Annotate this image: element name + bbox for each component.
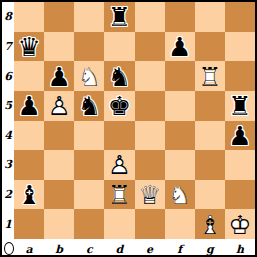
rank-labels: 87654321 xyxy=(2,2,14,239)
square-e8[interactable] xyxy=(135,2,165,32)
piece-black-knight: ♞ xyxy=(104,61,134,91)
square-c2[interactable] xyxy=(74,180,104,210)
rank-label-5: 5 xyxy=(4,100,12,111)
square-h6[interactable] xyxy=(225,61,255,91)
rank-label-1: 1 xyxy=(4,219,12,230)
rank-label-7: 7 xyxy=(4,41,12,52)
file-label-g: g xyxy=(206,243,214,256)
piece-black-pawn: ♟ xyxy=(44,61,74,91)
square-e6[interactable] xyxy=(135,61,165,91)
file-label-d: d xyxy=(116,243,124,256)
square-c4[interactable] xyxy=(74,121,104,151)
square-h4[interactable]: ♟ xyxy=(225,121,255,151)
square-d8[interactable]: ♜ xyxy=(104,2,134,32)
square-d2[interactable]: ♜♖ xyxy=(104,180,134,210)
square-b4[interactable] xyxy=(44,121,74,151)
square-a6[interactable] xyxy=(14,61,44,91)
file-label-cell-d: d xyxy=(104,239,134,257)
square-b5[interactable]: ♟♙ xyxy=(44,91,74,121)
square-b6[interactable]: ♟ xyxy=(44,61,74,91)
square-g8[interactable] xyxy=(195,2,225,32)
square-e2[interactable]: ♛♕ xyxy=(135,180,165,210)
square-b7[interactable] xyxy=(44,32,74,62)
square-d1[interactable] xyxy=(104,209,134,239)
file-label-b: b xyxy=(55,243,63,256)
square-a4[interactable] xyxy=(14,121,44,151)
square-b3[interactable] xyxy=(44,150,74,180)
file-label-e: e xyxy=(146,243,153,256)
piece-black-queen: ♛ xyxy=(14,32,44,62)
chess-diagram: 87654321 ♜♛♟♟♞♘♞♜♖♟♟♙♞♚♜♟♟♙♝♜♖♛♕♞♘♝♗♚♔ a… xyxy=(0,0,257,257)
square-c7[interactable] xyxy=(74,32,104,62)
piece-black-pawn: ♟ xyxy=(225,121,255,151)
piece-white-knight: ♞♘ xyxy=(74,61,104,91)
file-label-a: a xyxy=(25,243,32,256)
piece-black-pawn: ♟ xyxy=(165,32,195,62)
piece-black-knight: ♞ xyxy=(74,91,104,121)
square-c1[interactable] xyxy=(74,209,104,239)
square-c8[interactable] xyxy=(74,2,104,32)
square-g7[interactable] xyxy=(195,32,225,62)
square-g3[interactable] xyxy=(195,150,225,180)
white-to-move-indicator xyxy=(4,242,14,255)
square-b8[interactable] xyxy=(44,2,74,32)
square-g2[interactable] xyxy=(195,180,225,210)
square-h1[interactable]: ♚♔ xyxy=(225,209,255,239)
square-d4[interactable] xyxy=(104,121,134,151)
piece-white-king: ♚♔ xyxy=(225,209,255,239)
square-f7[interactable]: ♟ xyxy=(165,32,195,62)
square-c6[interactable]: ♞♘ xyxy=(74,61,104,91)
square-f1[interactable] xyxy=(165,209,195,239)
square-g6[interactable]: ♜♖ xyxy=(195,61,225,91)
square-a7[interactable]: ♛ xyxy=(14,32,44,62)
square-g1[interactable]: ♝♗ xyxy=(195,209,225,239)
file-label-cell-e: e xyxy=(135,239,165,257)
square-c3[interactable] xyxy=(74,150,104,180)
square-e5[interactable] xyxy=(135,91,165,121)
square-f4[interactable] xyxy=(165,121,195,151)
rank-label-8: 8 xyxy=(4,11,12,22)
square-h8[interactable] xyxy=(225,2,255,32)
square-d5[interactable]: ♚ xyxy=(104,91,134,121)
piece-black-king: ♚ xyxy=(104,91,134,121)
square-a3[interactable] xyxy=(14,150,44,180)
chess-board: ♜♛♟♟♞♘♞♜♖♟♟♙♞♚♜♟♟♙♝♜♖♛♕♞♘♝♗♚♔ xyxy=(14,2,255,239)
file-label-f: f xyxy=(177,243,182,256)
square-h5[interactable]: ♜ xyxy=(225,91,255,121)
square-h2[interactable] xyxy=(225,180,255,210)
piece-black-rook: ♜ xyxy=(225,91,255,121)
square-d6[interactable]: ♞ xyxy=(104,61,134,91)
rank-label-2: 2 xyxy=(4,189,12,200)
square-h3[interactable] xyxy=(225,150,255,180)
piece-white-rook: ♜♖ xyxy=(104,180,134,210)
piece-white-pawn: ♟♙ xyxy=(44,91,74,121)
square-d7[interactable] xyxy=(104,32,134,62)
piece-white-rook: ♜♖ xyxy=(195,61,225,91)
square-a2[interactable]: ♝ xyxy=(14,180,44,210)
square-g4[interactable] xyxy=(195,121,225,151)
square-f8[interactable] xyxy=(165,2,195,32)
square-g5[interactable] xyxy=(195,91,225,121)
square-c5[interactable]: ♞ xyxy=(74,91,104,121)
square-b1[interactable] xyxy=(44,209,74,239)
square-h7[interactable] xyxy=(225,32,255,62)
square-f5[interactable] xyxy=(165,91,195,121)
file-label-c: c xyxy=(86,243,93,256)
piece-black-bishop: ♝ xyxy=(14,180,44,210)
rank-label-4: 4 xyxy=(4,130,12,141)
square-b2[interactable] xyxy=(44,180,74,210)
file-label-cell-a: a xyxy=(14,239,44,257)
square-e4[interactable] xyxy=(135,121,165,151)
corner-cell xyxy=(2,242,14,255)
piece-white-bishop: ♝♗ xyxy=(195,209,225,239)
rank-label-3: 3 xyxy=(4,159,12,170)
piece-white-knight: ♞♘ xyxy=(165,180,195,210)
square-a8[interactable] xyxy=(14,2,44,32)
file-label-cell-h: h xyxy=(225,239,255,257)
square-f2[interactable]: ♞♘ xyxy=(165,180,195,210)
piece-black-pawn: ♟ xyxy=(14,91,44,121)
square-f3[interactable] xyxy=(165,150,195,180)
square-a5[interactable]: ♟ xyxy=(14,91,44,121)
square-d3[interactable]: ♟♙ xyxy=(104,150,134,180)
square-e1[interactable] xyxy=(135,209,165,239)
square-e3[interactable] xyxy=(135,150,165,180)
bottom-strip: abcdefgh xyxy=(2,239,255,255)
file-label-cell-b: b xyxy=(44,239,74,257)
rank-label-6: 6 xyxy=(4,71,12,82)
piece-black-rook: ♜ xyxy=(104,2,134,32)
file-label-h: h xyxy=(236,243,244,256)
square-a1[interactable] xyxy=(14,209,44,239)
piece-white-pawn: ♟♙ xyxy=(104,150,134,180)
piece-white-queen: ♛♕ xyxy=(135,180,165,210)
square-e7[interactable] xyxy=(135,32,165,62)
file-label-cell-c: c xyxy=(74,239,104,257)
file-label-cell-g: g xyxy=(195,239,225,257)
file-label-cell-f: f xyxy=(165,239,195,257)
square-f6[interactable] xyxy=(165,61,195,91)
